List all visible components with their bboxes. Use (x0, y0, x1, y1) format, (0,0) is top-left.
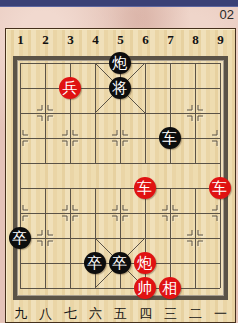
board-cell[interactable] (157, 100, 182, 125)
file-numbers-bottom: 九 八 七 六 五 四 三 二 一 (8, 305, 233, 323)
board-cell[interactable] (182, 100, 207, 125)
board-cell[interactable] (32, 150, 57, 175)
file-label: 二 (189, 305, 202, 323)
board-cell[interactable] (57, 150, 82, 175)
board-cell[interactable] (207, 75, 232, 100)
board-cell[interactable] (157, 175, 182, 200)
board-cell[interactable] (207, 150, 232, 175)
board-cell[interactable] (182, 75, 207, 100)
board-cell[interactable] (182, 250, 207, 275)
board-cell[interactable]: 帅 (132, 275, 157, 300)
black-cannon[interactable]: 炮 (109, 52, 131, 74)
board-cell[interactable] (7, 50, 32, 75)
board-cell[interactable] (32, 275, 57, 300)
red-elephant[interactable]: 相 (159, 277, 181, 299)
black-soldier[interactable]: 卒 (9, 227, 31, 249)
file-label: 七 (64, 305, 77, 323)
board-cell[interactable] (57, 200, 82, 225)
board-cell[interactable] (182, 175, 207, 200)
xiangqi-board-panel: 1 2 3 4 5 6 7 8 9 炮兵将车车车卒卒卒炮帅相 九 八 七 (5, 28, 236, 323)
file-label: 八 (39, 305, 52, 323)
file-label: 四 (139, 305, 152, 323)
board-cell[interactable] (32, 225, 57, 250)
board-cell[interactable] (107, 175, 132, 200)
board-cell[interactable] (7, 100, 32, 125)
black-soldier[interactable]: 卒 (84, 252, 106, 274)
file-label: 9 (217, 32, 224, 48)
page-number: 02 (220, 7, 234, 22)
board-cell[interactable] (82, 75, 107, 100)
board-cell[interactable] (207, 125, 232, 150)
file-label: 1 (17, 32, 24, 48)
black-chariot[interactable]: 车 (159, 127, 181, 149)
red-general[interactable]: 帅 (134, 277, 156, 299)
board-cells: 炮兵将车车车卒卒卒炮帅相 (7, 50, 232, 300)
board-cell[interactable] (82, 50, 107, 75)
board-cell[interactable] (82, 150, 107, 175)
board-cell[interactable] (82, 200, 107, 225)
board-cell[interactable]: 炮 (132, 250, 157, 275)
file-numbers-top: 1 2 3 4 5 6 7 8 9 (8, 32, 233, 48)
board-cell[interactable]: 兵 (57, 75, 82, 100)
board-cell[interactable] (157, 250, 182, 275)
board-cell[interactable] (82, 275, 107, 300)
board-cell[interactable] (182, 125, 207, 150)
board-cell[interactable]: 车 (157, 125, 182, 150)
board-cell[interactable] (57, 100, 82, 125)
board-cell[interactable]: 将 (107, 75, 132, 100)
red-cannon[interactable]: 炮 (134, 252, 156, 274)
board-cell[interactable] (207, 200, 232, 225)
board-cell[interactable] (107, 150, 132, 175)
board-cell[interactable] (7, 250, 32, 275)
red-chariot[interactable]: 车 (209, 177, 231, 199)
board-cell[interactable] (157, 225, 182, 250)
file-label: 5 (117, 32, 124, 48)
board-cell[interactable] (7, 200, 32, 225)
red-chariot[interactable]: 车 (134, 177, 156, 199)
board-cell[interactable] (57, 250, 82, 275)
board-cell[interactable] (157, 50, 182, 75)
board-cell[interactable] (32, 100, 57, 125)
file-label: 五 (114, 305, 127, 323)
file-label: 3 (67, 32, 74, 48)
board-cell[interactable] (157, 150, 182, 175)
board-cell[interactable] (132, 100, 157, 125)
board-cell[interactable] (32, 75, 57, 100)
board-cell[interactable] (7, 275, 32, 300)
file-label: 8 (192, 32, 199, 48)
file-label: 2 (42, 32, 49, 48)
board-cell[interactable] (207, 225, 232, 250)
board-cell[interactable] (57, 125, 82, 150)
board-cell[interactable]: 炮 (107, 50, 132, 75)
title-bar (0, 0, 238, 7)
board-cell[interactable]: 相 (157, 275, 182, 300)
board-cell[interactable] (7, 150, 32, 175)
board-cell[interactable] (182, 50, 207, 75)
file-label: 六 (89, 305, 102, 323)
board-cell[interactable] (207, 100, 232, 125)
board-cell[interactable]: 卒 (107, 250, 132, 275)
board-cell[interactable] (207, 50, 232, 75)
board-cell[interactable] (132, 225, 157, 250)
board-cell[interactable]: 车 (207, 175, 232, 200)
red-soldier[interactable]: 兵 (59, 77, 81, 99)
board-cell[interactable] (57, 175, 82, 200)
board-cell[interactable] (32, 250, 57, 275)
board-cell[interactable] (82, 225, 107, 250)
file-label: 九 (14, 305, 27, 323)
board-cell[interactable]: 卒 (82, 250, 107, 275)
board-cell[interactable] (157, 200, 182, 225)
board-cell[interactable] (157, 75, 182, 100)
board-cell[interactable]: 车 (132, 175, 157, 200)
board-cell[interactable] (182, 200, 207, 225)
black-soldier[interactable]: 卒 (109, 252, 131, 274)
board-cell[interactable] (207, 275, 232, 300)
board-cell[interactable] (107, 225, 132, 250)
board-cell[interactable] (132, 50, 157, 75)
board-cell[interactable] (7, 125, 32, 150)
black-general[interactable]: 将 (109, 77, 131, 99)
board-cell[interactable] (207, 250, 232, 275)
file-label: 7 (167, 32, 174, 48)
board-cell[interactable] (57, 50, 82, 75)
board-cell[interactable] (32, 175, 57, 200)
board-cell[interactable] (32, 50, 57, 75)
board-cell[interactable] (57, 225, 82, 250)
file-label: 6 (142, 32, 149, 48)
board-cell[interactable] (82, 100, 107, 125)
board-cell[interactable] (107, 275, 132, 300)
file-label: 4 (92, 32, 99, 48)
board-cell[interactable] (132, 200, 157, 225)
board-cell[interactable] (107, 200, 132, 225)
board-cell[interactable] (182, 275, 207, 300)
file-label: 一 (214, 305, 227, 323)
board-cell[interactable] (32, 125, 57, 150)
board-field: 炮兵将车车车卒卒卒炮帅相 (13, 56, 228, 300)
board-cell[interactable] (82, 175, 107, 200)
board-cell[interactable] (107, 100, 132, 125)
board-cell[interactable] (182, 150, 207, 175)
board-cell[interactable] (182, 225, 207, 250)
board-cell[interactable] (132, 75, 157, 100)
board-cell[interactable] (107, 125, 132, 150)
board-cell[interactable] (132, 150, 157, 175)
board-cell[interactable] (7, 75, 32, 100)
board-cell[interactable] (32, 200, 57, 225)
board-cell[interactable] (7, 175, 32, 200)
board-cell[interactable] (82, 125, 107, 150)
board-cell[interactable] (132, 125, 157, 150)
board-cell[interactable]: 卒 (7, 225, 32, 250)
file-label: 三 (164, 305, 177, 323)
board-cell[interactable] (57, 275, 82, 300)
